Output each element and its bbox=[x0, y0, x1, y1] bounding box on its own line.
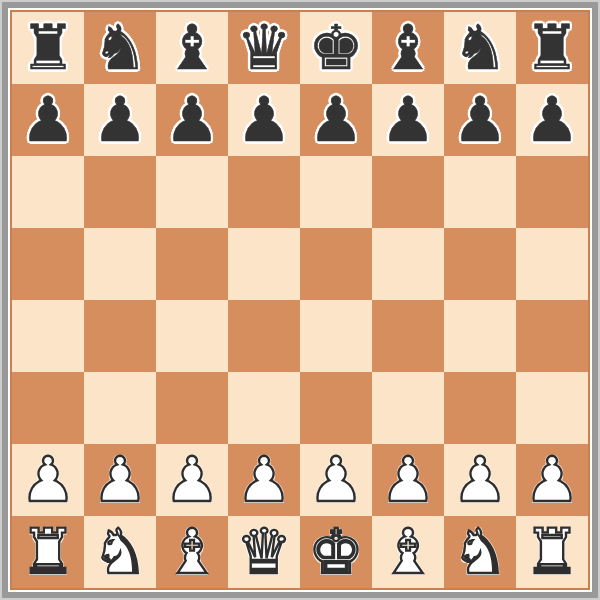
square-e2[interactable]: ♟ bbox=[300, 444, 372, 516]
black-pawn-c7[interactable]: ♟ bbox=[164, 84, 220, 156]
square-e3[interactable] bbox=[300, 372, 372, 444]
square-g7[interactable]: ♟ bbox=[444, 84, 516, 156]
square-d8[interactable]: ♛ bbox=[228, 12, 300, 84]
white-bishop-f1[interactable]: ♝ bbox=[380, 516, 436, 588]
white-king-e1[interactable]: ♚ bbox=[308, 516, 364, 588]
white-pawn-h2[interactable]: ♟ bbox=[524, 444, 580, 516]
white-bishop-c1[interactable]: ♝ bbox=[164, 516, 220, 588]
square-d2[interactable]: ♟ bbox=[228, 444, 300, 516]
square-d1[interactable]: ♛ bbox=[228, 516, 300, 588]
square-h6[interactable] bbox=[516, 156, 588, 228]
square-g8[interactable]: ♞ bbox=[444, 12, 516, 84]
square-c3[interactable] bbox=[156, 372, 228, 444]
square-h1[interactable]: ♜ bbox=[516, 516, 588, 588]
black-king-e8[interactable]: ♚ bbox=[308, 12, 364, 84]
square-f1[interactable]: ♝ bbox=[372, 516, 444, 588]
square-f3[interactable] bbox=[372, 372, 444, 444]
black-pawn-a7[interactable]: ♟ bbox=[20, 84, 76, 156]
square-a3[interactable] bbox=[12, 372, 84, 444]
square-a4[interactable] bbox=[12, 300, 84, 372]
square-g6[interactable] bbox=[444, 156, 516, 228]
black-knight-b8[interactable]: ♞ bbox=[92, 12, 148, 84]
square-e6[interactable] bbox=[300, 156, 372, 228]
square-b3[interactable] bbox=[84, 372, 156, 444]
white-pawn-c2[interactable]: ♟ bbox=[164, 444, 220, 516]
square-c8[interactable]: ♝ bbox=[156, 12, 228, 84]
square-e5[interactable] bbox=[300, 228, 372, 300]
square-c1[interactable]: ♝ bbox=[156, 516, 228, 588]
square-f5[interactable] bbox=[372, 228, 444, 300]
square-d7[interactable]: ♟ bbox=[228, 84, 300, 156]
black-pawn-b7[interactable]: ♟ bbox=[92, 84, 148, 156]
square-d4[interactable] bbox=[228, 300, 300, 372]
black-pawn-g7[interactable]: ♟ bbox=[452, 84, 508, 156]
square-c7[interactable]: ♟ bbox=[156, 84, 228, 156]
white-pawn-d2[interactable]: ♟ bbox=[236, 444, 292, 516]
white-pawn-a2[interactable]: ♟ bbox=[20, 444, 76, 516]
square-f4[interactable] bbox=[372, 300, 444, 372]
square-h7[interactable]: ♟ bbox=[516, 84, 588, 156]
square-g1[interactable]: ♞ bbox=[444, 516, 516, 588]
black-pawn-e7[interactable]: ♟ bbox=[308, 84, 364, 156]
square-b6[interactable] bbox=[84, 156, 156, 228]
square-b5[interactable] bbox=[84, 228, 156, 300]
white-rook-h1[interactable]: ♜ bbox=[524, 516, 580, 588]
board-frame-inner-line: ♜♞♝♛♚♝♞♜♟♟♟♟♟♟♟♟♟♟♟♟♟♟♟♟♜♞♝♛♚♝♞♜ bbox=[10, 10, 590, 590]
board-frame-white-line: ♜♞♝♛♚♝♞♜♟♟♟♟♟♟♟♟♟♟♟♟♟♟♟♟♜♞♝♛♚♝♞♜ bbox=[8, 8, 592, 592]
chess-board: ♜♞♝♛♚♝♞♜♟♟♟♟♟♟♟♟♟♟♟♟♟♟♟♟♜♞♝♛♚♝♞♜ bbox=[12, 12, 588, 588]
square-g5[interactable] bbox=[444, 228, 516, 300]
square-a1[interactable]: ♜ bbox=[12, 516, 84, 588]
black-rook-h8[interactable]: ♜ bbox=[524, 12, 580, 84]
square-f7[interactable]: ♟ bbox=[372, 84, 444, 156]
square-e8[interactable]: ♚ bbox=[300, 12, 372, 84]
black-queen-d8[interactable]: ♛ bbox=[236, 12, 292, 84]
square-b8[interactable]: ♞ bbox=[84, 12, 156, 84]
square-h5[interactable] bbox=[516, 228, 588, 300]
square-e1[interactable]: ♚ bbox=[300, 516, 372, 588]
white-queen-d1[interactable]: ♛ bbox=[236, 516, 292, 588]
square-g2[interactable]: ♟ bbox=[444, 444, 516, 516]
white-pawn-e2[interactable]: ♟ bbox=[308, 444, 364, 516]
white-pawn-f2[interactable]: ♟ bbox=[380, 444, 436, 516]
black-pawn-f7[interactable]: ♟ bbox=[380, 84, 436, 156]
square-b1[interactable]: ♞ bbox=[84, 516, 156, 588]
square-a2[interactable]: ♟ bbox=[12, 444, 84, 516]
square-d5[interactable] bbox=[228, 228, 300, 300]
square-a7[interactable]: ♟ bbox=[12, 84, 84, 156]
white-pawn-b2[interactable]: ♟ bbox=[92, 444, 148, 516]
square-b7[interactable]: ♟ bbox=[84, 84, 156, 156]
square-e7[interactable]: ♟ bbox=[300, 84, 372, 156]
white-pawn-g2[interactable]: ♟ bbox=[452, 444, 508, 516]
square-c5[interactable] bbox=[156, 228, 228, 300]
black-bishop-c8[interactable]: ♝ bbox=[164, 12, 220, 84]
board-frame-outer: ♜♞♝♛♚♝♞♜♟♟♟♟♟♟♟♟♟♟♟♟♟♟♟♟♜♞♝♛♚♝♞♜ bbox=[0, 0, 600, 600]
square-f8[interactable]: ♝ bbox=[372, 12, 444, 84]
square-h2[interactable]: ♟ bbox=[516, 444, 588, 516]
square-c6[interactable] bbox=[156, 156, 228, 228]
square-a6[interactable] bbox=[12, 156, 84, 228]
square-b2[interactable]: ♟ bbox=[84, 444, 156, 516]
square-e4[interactable] bbox=[300, 300, 372, 372]
black-knight-g8[interactable]: ♞ bbox=[452, 12, 508, 84]
square-a5[interactable] bbox=[12, 228, 84, 300]
black-rook-a8[interactable]: ♜ bbox=[20, 12, 76, 84]
square-c4[interactable] bbox=[156, 300, 228, 372]
square-g4[interactable] bbox=[444, 300, 516, 372]
square-d3[interactable] bbox=[228, 372, 300, 444]
square-f2[interactable]: ♟ bbox=[372, 444, 444, 516]
white-knight-b1[interactable]: ♞ bbox=[92, 516, 148, 588]
square-b4[interactable] bbox=[84, 300, 156, 372]
square-h3[interactable] bbox=[516, 372, 588, 444]
black-pawn-d7[interactable]: ♟ bbox=[236, 84, 292, 156]
board-frame-gray: ♜♞♝♛♚♝♞♜♟♟♟♟♟♟♟♟♟♟♟♟♟♟♟♟♜♞♝♛♚♝♞♜ bbox=[2, 2, 598, 598]
black-bishop-f8[interactable]: ♝ bbox=[380, 12, 436, 84]
square-d6[interactable] bbox=[228, 156, 300, 228]
square-h8[interactable]: ♜ bbox=[516, 12, 588, 84]
white-knight-g1[interactable]: ♞ bbox=[452, 516, 508, 588]
white-rook-a1[interactable]: ♜ bbox=[20, 516, 76, 588]
square-c2[interactable]: ♟ bbox=[156, 444, 228, 516]
square-h4[interactable] bbox=[516, 300, 588, 372]
square-a8[interactable]: ♜ bbox=[12, 12, 84, 84]
square-g3[interactable] bbox=[444, 372, 516, 444]
square-f6[interactable] bbox=[372, 156, 444, 228]
black-pawn-h7[interactable]: ♟ bbox=[524, 84, 580, 156]
